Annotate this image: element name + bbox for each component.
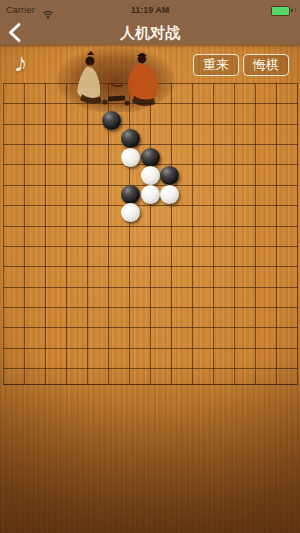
nav-bar: 人机对战 <box>0 20 300 45</box>
page-title: 人机对战 <box>0 24 300 43</box>
stone-white <box>141 185 160 204</box>
stone-black <box>141 148 160 167</box>
battery-icon <box>271 6 290 16</box>
stone-black <box>102 111 121 130</box>
clock-label: 11:19 AM <box>0 5 300 15</box>
stone-white <box>141 166 160 185</box>
restart-button[interactable]: 重来 <box>193 54 239 76</box>
battery-tip-icon <box>291 9 293 12</box>
music-note-icon[interactable]: ♪ <box>12 47 29 79</box>
app-screen: Carrier 11:19 AM 人机对战 ♪ 重来 悔棋 <box>0 0 300 533</box>
undo-move-button[interactable]: 悔棋 <box>243 54 289 76</box>
status-bar: Carrier 11:19 AM <box>0 0 300 20</box>
stone-black <box>160 166 179 185</box>
stone-black <box>121 185 140 204</box>
stone-white <box>160 185 179 204</box>
board-grid[interactable] <box>3 83 298 385</box>
stone-white <box>121 148 140 167</box>
